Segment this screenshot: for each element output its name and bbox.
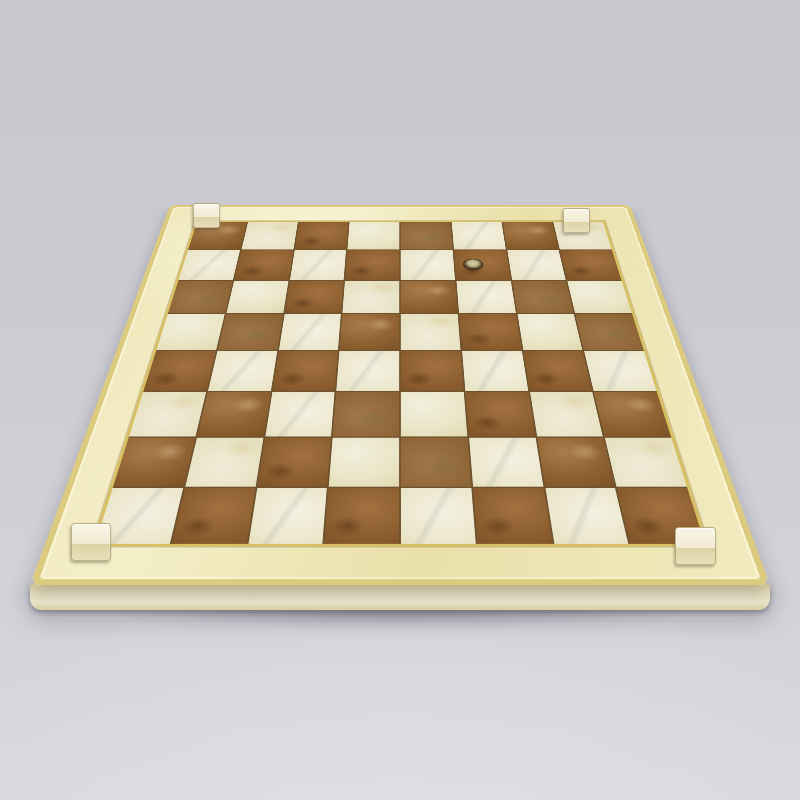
square-d4[interactable] xyxy=(336,351,399,391)
square-a5[interactable] xyxy=(156,314,224,350)
square-g4[interactable] xyxy=(523,351,592,391)
square-e5[interactable] xyxy=(401,314,461,350)
square-c8[interactable] xyxy=(294,222,348,249)
square-f6[interactable] xyxy=(456,281,515,314)
maker-medallion xyxy=(463,259,484,270)
square-f8[interactable] xyxy=(452,222,506,249)
square-f4[interactable] xyxy=(462,351,528,391)
square-g7[interactable] xyxy=(507,250,566,280)
square-b8[interactable] xyxy=(241,222,297,249)
square-c4[interactable] xyxy=(272,351,338,391)
square-f2[interactable] xyxy=(469,437,543,486)
square-e7[interactable] xyxy=(401,250,455,280)
square-h2[interactable] xyxy=(605,437,687,486)
square-c7[interactable] xyxy=(290,250,347,280)
square-e8[interactable] xyxy=(401,222,453,249)
square-h3[interactable] xyxy=(594,392,671,436)
square-g5[interactable] xyxy=(517,314,582,350)
square-h4[interactable] xyxy=(584,351,656,391)
square-d3[interactable] xyxy=(333,392,399,436)
chess-board xyxy=(30,205,770,585)
square-h7[interactable] xyxy=(560,250,621,280)
board-perspective-scene xyxy=(30,0,770,585)
board-foot-bottom-right xyxy=(675,527,716,565)
square-e1[interactable] xyxy=(401,488,476,544)
square-f7[interactable] xyxy=(454,250,511,280)
square-b1[interactable] xyxy=(172,488,255,544)
square-c6[interactable] xyxy=(284,281,343,314)
square-c3[interactable] xyxy=(265,392,335,436)
square-a4[interactable] xyxy=(143,351,215,391)
board-foot-top-right xyxy=(563,208,590,233)
square-g8[interactable] xyxy=(502,222,558,249)
product-photo xyxy=(0,0,800,800)
square-f3[interactable] xyxy=(465,392,535,436)
square-g2[interactable] xyxy=(537,437,615,486)
square-d2[interactable] xyxy=(329,437,399,486)
square-a2[interactable] xyxy=(113,437,195,486)
square-d5[interactable] xyxy=(340,314,400,350)
square-e3[interactable] xyxy=(401,392,467,436)
square-g1[interactable] xyxy=(545,488,628,544)
square-g3[interactable] xyxy=(530,392,603,436)
square-e2[interactable] xyxy=(401,437,471,486)
board-grid xyxy=(95,222,705,544)
square-b4[interactable] xyxy=(208,351,277,391)
board-front-edge xyxy=(30,583,770,610)
square-a7[interactable] xyxy=(179,250,240,280)
square-b5[interactable] xyxy=(217,314,282,350)
square-b3[interactable] xyxy=(197,392,270,436)
square-e6[interactable] xyxy=(401,281,458,314)
square-g6[interactable] xyxy=(512,281,574,314)
square-d7[interactable] xyxy=(345,250,399,280)
square-a6[interactable] xyxy=(168,281,233,314)
square-d1[interactable] xyxy=(324,488,399,544)
square-f5[interactable] xyxy=(459,314,521,350)
square-h6[interactable] xyxy=(567,281,632,314)
board-foot-top-left xyxy=(193,203,220,228)
square-b6[interactable] xyxy=(226,281,288,314)
square-a3[interactable] xyxy=(129,392,206,436)
square-c2[interactable] xyxy=(257,437,331,486)
square-d8[interactable] xyxy=(348,222,400,249)
square-h5[interactable] xyxy=(575,314,643,350)
square-f1[interactable] xyxy=(473,488,552,544)
square-b7[interactable] xyxy=(234,250,293,280)
square-c5[interactable] xyxy=(279,314,341,350)
square-d6[interactable] xyxy=(343,281,400,314)
square-b2[interactable] xyxy=(185,437,263,486)
square-c1[interactable] xyxy=(248,488,327,544)
board-foot-bottom-left xyxy=(71,523,111,561)
square-e4[interactable] xyxy=(401,351,464,391)
